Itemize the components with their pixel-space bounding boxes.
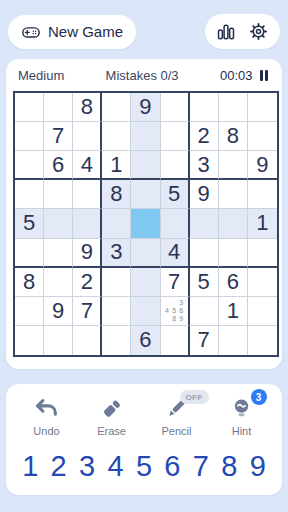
cell-r9c2[interactable] [44,326,73,355]
cell-r5c6[interactable] [161,209,190,238]
cell-r2c6[interactable] [161,122,190,151]
cell-r9c5[interactable]: 6 [131,326,160,355]
cell-r2c2[interactable]: 7 [44,122,73,151]
numpad-8[interactable]: 8 [221,452,237,481]
cell-r2c8[interactable]: 8 [219,122,248,151]
cell-r4c5[interactable] [131,180,160,209]
cell-r2c4[interactable] [102,122,131,151]
cell-r3c7[interactable]: 3 [190,151,219,180]
hint-count-badge: 3 [251,389,267,405]
cell-r9c9[interactable] [248,326,277,355]
cell-r9c1[interactable] [15,326,44,355]
pencil-label: Pencil [162,425,192,437]
cell-r4c6[interactable]: 5 [161,180,190,209]
cell-r1c2[interactable] [44,93,73,122]
board-card: Medium Mistakes 0/3 00:03 89728641398595… [6,59,282,369]
cell-r4c3[interactable] [73,180,102,209]
cell-r5c7[interactable] [190,209,219,238]
cell-r4c4[interactable]: 8 [102,180,131,209]
note-digit: 4 [164,307,171,315]
cell-r7c1[interactable]: 8 [15,268,44,297]
timer-group: 00:03 [220,68,270,83]
toolbar: Undo Erase OFF Pencil 3 [14,396,274,437]
undo-icon [34,396,59,421]
cell-r7c8[interactable]: 6 [219,268,248,297]
cell-r5c5[interactable] [131,209,160,238]
cell-r9c4[interactable] [102,326,131,355]
cell-r5c4[interactable] [102,209,131,238]
cell-r6c5[interactable] [131,239,160,268]
numpad-3[interactable]: 3 [79,452,95,481]
sudoku-board: 8972864139859519348275697345689167 [13,91,279,357]
cell-r4c9[interactable] [248,180,277,209]
numpad-9[interactable]: 9 [250,452,266,481]
cell-r7c7[interactable]: 5 [190,268,219,297]
cell-r1c6[interactable] [161,93,190,122]
note-digit: 8 [171,315,178,323]
numpad-1[interactable]: 1 [22,452,38,481]
cell-r1c8[interactable] [219,93,248,122]
cell-r7c4[interactable] [102,268,131,297]
pencil-button[interactable]: OFF Pencil [149,396,205,437]
stats-icon[interactable] [216,22,236,42]
cell-r7c2[interactable] [44,268,73,297]
cell-r1c7[interactable] [190,93,219,122]
cell-r3c8[interactable] [219,151,248,180]
status-bar: Medium Mistakes 0/3 00:03 [13,66,275,91]
new-game-label: New Game [48,23,123,40]
pause-button[interactable] [258,68,271,83]
settings-icon[interactable] [248,21,269,42]
cell-r2c5[interactable] [131,122,160,151]
cell-r1c3[interactable]: 8 [73,93,102,122]
note-digit: 6 [178,307,185,315]
top-bar: New Game [0,0,288,59]
undo-button[interactable]: Undo [19,396,75,437]
cell-r1c5[interactable]: 9 [131,93,160,122]
cell-r4c8[interactable] [219,180,248,209]
note-digit: 5 [171,307,178,315]
pause-icon [260,70,263,81]
cell-r6c9[interactable] [248,239,277,268]
difficulty-label: Medium [18,68,64,83]
cell-r1c4[interactable] [102,93,131,122]
cell-r2c7[interactable]: 2 [190,122,219,151]
cell-r3c5[interactable] [131,151,160,180]
numpad-2[interactable]: 2 [51,452,67,481]
mistakes-counter: Mistakes 0/3 [106,68,179,83]
note-digit [164,299,171,307]
cell-r8c1[interactable] [15,297,44,326]
cell-r9c7[interactable]: 7 [190,326,219,355]
cell-r8c5[interactable] [131,297,160,326]
cell-r5c8[interactable] [219,209,248,238]
cell-r6c2[interactable] [44,239,73,268]
cell-r8c2[interactable]: 9 [44,297,73,326]
pencil-notes: 345689 [161,297,188,325]
header-actions [205,14,280,49]
cell-r7c9[interactable] [248,268,277,297]
cell-r8c3[interactable]: 7 [73,297,102,326]
cell-r2c1[interactable] [15,122,44,151]
cell-r6c4[interactable]: 3 [102,239,131,268]
cell-r5c9[interactable]: 1 [248,209,277,238]
numpad-7[interactable]: 7 [193,452,209,481]
cell-r8c8[interactable]: 1 [219,297,248,326]
pause-icon [265,70,268,81]
cell-r1c9[interactable] [248,93,277,122]
cell-r3c6[interactable] [161,151,190,180]
cell-r7c6[interactable]: 7 [161,268,190,297]
cell-r6c7[interactable] [190,239,219,268]
cell-r3c9[interactable]: 9 [248,151,277,180]
cell-r8c6[interactable]: 345689 [161,297,190,326]
cell-r8c9[interactable] [248,297,277,326]
new-game-button[interactable]: New Game [8,15,136,49]
cell-r4c1[interactable] [15,180,44,209]
cell-r3c2[interactable]: 6 [44,151,73,180]
cell-r6c8[interactable] [219,239,248,268]
cell-r3c3[interactable]: 4 [73,151,102,180]
numpad-4[interactable]: 4 [107,452,123,481]
cell-r4c7[interactable]: 9 [190,180,219,209]
erase-button[interactable]: Erase [84,396,140,437]
undo-label: Undo [33,425,59,437]
cell-r7c5[interactable] [131,268,160,297]
tools-card: Undo Erase OFF Pencil 3 [6,384,282,495]
cell-r9c3[interactable] [73,326,102,355]
cell-r7c3[interactable]: 2 [73,268,102,297]
hint-button[interactable]: 3 Hint [214,396,270,437]
cell-r3c4[interactable]: 1 [102,151,131,180]
cell-r9c6[interactable] [161,326,190,355]
note-digit: 9 [178,315,185,323]
note-digit [171,299,178,307]
cell-r9c8[interactable] [219,326,248,355]
cell-r6c3[interactable]: 9 [73,239,102,268]
hint-label: Hint [232,425,252,437]
cell-r1c1[interactable] [15,93,44,122]
cell-r4c2[interactable] [44,180,73,209]
gamepad-icon [21,22,41,42]
timer-value: 00:03 [220,68,253,83]
number-pad: 123456789 [14,452,274,481]
lightbulb-icon [229,396,254,421]
cell-r6c6[interactable]: 4 [161,239,190,268]
numpad-5[interactable]: 5 [136,452,152,481]
erase-label: Erase [97,425,126,437]
eraser-icon [99,396,124,421]
cell-r2c3[interactable] [73,122,102,151]
note-digit [164,315,171,323]
cell-r5c2[interactable] [44,209,73,238]
cell-r6c1[interactable] [15,239,44,268]
cell-r8c4[interactable] [102,297,131,326]
cell-r3c1[interactable] [15,151,44,180]
pencil-mode-badge: OFF [180,390,209,404]
cell-r5c3[interactable] [73,209,102,238]
note-digit: 3 [178,299,185,307]
cell-r5c1[interactable]: 5 [15,209,44,238]
cell-r8c7[interactable] [190,297,219,326]
numpad-6[interactable]: 6 [164,452,180,481]
cell-r2c9[interactable] [248,122,277,151]
